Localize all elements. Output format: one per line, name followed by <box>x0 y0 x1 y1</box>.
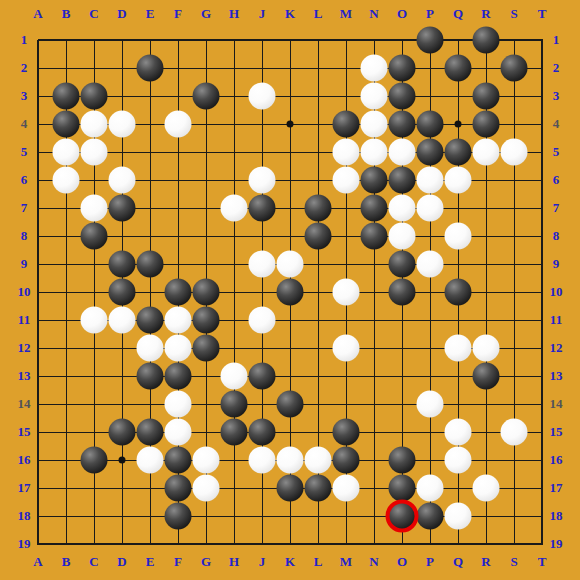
stone-black[interactable] <box>165 363 192 390</box>
col-label-bottom: T <box>530 554 554 570</box>
col-label-bottom: D <box>110 554 134 570</box>
stone-black[interactable] <box>473 83 500 110</box>
row-label-right: 13 <box>544 368 568 384</box>
row-label-left: 19 <box>12 536 36 552</box>
stone-black[interactable] <box>417 27 444 54</box>
row-label-right: 8 <box>544 228 568 244</box>
stone-black[interactable] <box>361 223 388 250</box>
stone-black[interactable] <box>249 195 276 222</box>
row-label-left: 18 <box>12 508 36 524</box>
row-label-right: 15 <box>544 424 568 440</box>
col-label-bottom: L <box>306 554 330 570</box>
row-label-right: 7 <box>544 200 568 216</box>
row-label-left: 16 <box>12 452 36 468</box>
stone-black[interactable] <box>333 111 360 138</box>
stone-black[interactable] <box>249 363 276 390</box>
stone-black[interactable] <box>389 251 416 278</box>
stone-black[interactable] <box>333 447 360 474</box>
col-label-top: Q <box>446 6 470 22</box>
stone-black[interactable] <box>137 419 164 446</box>
row-label-left: 2 <box>12 60 36 76</box>
grid-vline <box>514 40 515 545</box>
col-label-bottom: K <box>278 554 302 570</box>
stone-black[interactable] <box>109 195 136 222</box>
stone-white[interactable] <box>361 139 388 166</box>
stone-black[interactable] <box>193 307 220 334</box>
row-label-right: 11 <box>544 312 568 328</box>
grid-hline <box>38 543 543 545</box>
stone-white[interactable] <box>361 83 388 110</box>
stone-black[interactable] <box>109 251 136 278</box>
col-label-bottom: J <box>250 554 274 570</box>
row-label-left: 12 <box>12 340 36 356</box>
stone-black[interactable] <box>473 27 500 54</box>
row-label-left: 1 <box>12 32 36 48</box>
stone-black[interactable] <box>361 167 388 194</box>
col-label-top: H <box>222 6 246 22</box>
stone-white[interactable] <box>193 475 220 502</box>
stone-black[interactable] <box>305 195 332 222</box>
row-label-right: 14 <box>544 396 568 412</box>
stone-black[interactable] <box>109 419 136 446</box>
stone-black[interactable] <box>53 111 80 138</box>
stone-black[interactable] <box>389 55 416 82</box>
col-label-top: S <box>502 6 526 22</box>
stone-black[interactable] <box>417 111 444 138</box>
stone-white[interactable] <box>473 475 500 502</box>
row-label-right: 9 <box>544 256 568 272</box>
stone-white[interactable] <box>333 279 360 306</box>
row-label-left: 13 <box>12 368 36 384</box>
row-label-right: 12 <box>544 340 568 356</box>
grid-vline <box>541 40 543 545</box>
stone-black[interactable] <box>193 83 220 110</box>
stone-white[interactable] <box>53 167 80 194</box>
stone-white[interactable] <box>389 195 416 222</box>
stone-white[interactable] <box>165 335 192 362</box>
stone-black[interactable] <box>417 139 444 166</box>
row-label-left: 4 <box>12 116 36 132</box>
col-label-bottom: B <box>54 554 78 570</box>
stone-black[interactable] <box>165 447 192 474</box>
star-point <box>455 121 462 128</box>
stone-white[interactable] <box>109 111 136 138</box>
row-label-right: 17 <box>544 480 568 496</box>
stone-black[interactable] <box>473 111 500 138</box>
stone-black[interactable] <box>193 335 220 362</box>
col-label-top: T <box>530 6 554 22</box>
stone-black[interactable] <box>165 279 192 306</box>
stone-white[interactable] <box>165 111 192 138</box>
stone-white[interactable] <box>417 391 444 418</box>
col-label-bottom: M <box>334 554 358 570</box>
stone-white[interactable] <box>445 419 472 446</box>
stone-white[interactable] <box>277 251 304 278</box>
stone-black[interactable] <box>137 251 164 278</box>
stone-white[interactable] <box>333 335 360 362</box>
row-label-right: 18 <box>544 508 568 524</box>
stone-white[interactable] <box>249 251 276 278</box>
row-label-right: 1 <box>544 32 568 48</box>
stone-black[interactable] <box>389 447 416 474</box>
stone-white[interactable] <box>109 307 136 334</box>
stone-white[interactable] <box>221 363 248 390</box>
stone-white[interactable] <box>501 139 528 166</box>
col-label-top: J <box>250 6 274 22</box>
stone-white[interactable] <box>165 391 192 418</box>
stone-black[interactable] <box>165 503 192 530</box>
row-label-left: 9 <box>12 256 36 272</box>
stone-white[interactable] <box>473 335 500 362</box>
stone-white[interactable] <box>361 111 388 138</box>
stone-black[interactable] <box>137 55 164 82</box>
col-label-bottom: H <box>222 554 246 570</box>
stone-black[interactable] <box>389 167 416 194</box>
stone-white[interactable] <box>361 55 388 82</box>
stone-white[interactable] <box>333 475 360 502</box>
stone-white[interactable] <box>109 167 136 194</box>
row-label-left: 17 <box>12 480 36 496</box>
stone-white[interactable] <box>417 167 444 194</box>
stone-white[interactable] <box>81 307 108 334</box>
stone-black[interactable] <box>305 475 332 502</box>
col-label-bottom: A <box>26 554 50 570</box>
row-label-right: 19 <box>544 536 568 552</box>
row-label-right: 4 <box>544 116 568 132</box>
row-label-right: 6 <box>544 172 568 188</box>
stone-white[interactable] <box>137 335 164 362</box>
col-label-bottom: F <box>166 554 190 570</box>
stone-white[interactable] <box>445 167 472 194</box>
row-label-right: 10 <box>544 284 568 300</box>
col-label-top: L <box>306 6 330 22</box>
col-label-bottom: E <box>138 554 162 570</box>
row-label-left: 5 <box>12 144 36 160</box>
stone-black[interactable] <box>389 83 416 110</box>
row-label-left: 14 <box>12 396 36 412</box>
stone-white[interactable] <box>193 447 220 474</box>
col-label-bottom: C <box>82 554 106 570</box>
stone-black[interactable] <box>165 475 192 502</box>
stone-white[interactable] <box>221 195 248 222</box>
stone-white[interactable] <box>389 139 416 166</box>
stone-white[interactable] <box>137 447 164 474</box>
col-label-top: P <box>418 6 442 22</box>
last-move-marker <box>386 500 419 533</box>
stone-black[interactable] <box>109 279 136 306</box>
stone-black[interactable] <box>445 55 472 82</box>
row-label-left: 7 <box>12 200 36 216</box>
stone-white[interactable] <box>501 419 528 446</box>
row-label-left: 6 <box>12 172 36 188</box>
col-label-top: E <box>138 6 162 22</box>
stone-black[interactable] <box>277 391 304 418</box>
stone-black[interactable] <box>501 55 528 82</box>
stone-black[interactable] <box>445 139 472 166</box>
row-label-left: 11 <box>12 312 36 328</box>
col-label-top: A <box>26 6 50 22</box>
stone-black[interactable] <box>333 419 360 446</box>
col-label-top: C <box>82 6 106 22</box>
col-label-top: K <box>278 6 302 22</box>
stone-white[interactable] <box>165 419 192 446</box>
stone-white[interactable] <box>333 139 360 166</box>
stone-black[interactable] <box>417 503 444 530</box>
stone-black[interactable] <box>473 363 500 390</box>
stone-black[interactable] <box>221 391 248 418</box>
stone-white[interactable] <box>445 447 472 474</box>
stone-black[interactable] <box>305 223 332 250</box>
stone-black[interactable] <box>221 419 248 446</box>
stone-black[interactable] <box>277 475 304 502</box>
stone-white[interactable] <box>417 475 444 502</box>
grid-hline <box>38 376 543 377</box>
go-board[interactable]: AABBCCDDEEFFGGHHJJKKLLMMNNOOPPQQRRSSTT11… <box>0 0 580 580</box>
stone-white[interactable] <box>445 503 472 530</box>
col-label-top: G <box>194 6 218 22</box>
star-point <box>119 457 126 464</box>
stone-black[interactable] <box>249 419 276 446</box>
stone-white[interactable] <box>333 167 360 194</box>
col-label-bottom: R <box>474 554 498 570</box>
stone-white[interactable] <box>81 111 108 138</box>
col-label-bottom: G <box>194 554 218 570</box>
star-point <box>287 121 294 128</box>
col-label-top: B <box>54 6 78 22</box>
col-label-top: D <box>110 6 134 22</box>
stone-black[interactable] <box>81 447 108 474</box>
stone-white[interactable] <box>249 83 276 110</box>
col-label-top: F <box>166 6 190 22</box>
col-label-bottom: S <box>502 554 526 570</box>
stone-black[interactable] <box>389 475 416 502</box>
stone-black[interactable] <box>389 111 416 138</box>
stone-black[interactable] <box>277 279 304 306</box>
col-label-bottom: O <box>390 554 414 570</box>
col-label-top: M <box>334 6 358 22</box>
stone-black[interactable] <box>193 279 220 306</box>
row-label-right: 16 <box>544 452 568 468</box>
col-label-bottom: P <box>418 554 442 570</box>
col-label-bottom: N <box>362 554 386 570</box>
stone-black[interactable] <box>137 363 164 390</box>
col-label-bottom: Q <box>446 554 470 570</box>
col-label-top: O <box>390 6 414 22</box>
stone-white[interactable] <box>81 195 108 222</box>
stone-white[interactable] <box>277 447 304 474</box>
stone-black[interactable] <box>361 195 388 222</box>
stone-black[interactable] <box>445 279 472 306</box>
stone-black[interactable] <box>81 83 108 110</box>
row-label-right: 3 <box>544 88 568 104</box>
stone-white[interactable] <box>305 447 332 474</box>
stone-white[interactable] <box>389 223 416 250</box>
stone-white[interactable] <box>473 139 500 166</box>
stone-white[interactable] <box>445 335 472 362</box>
row-label-left: 15 <box>12 424 36 440</box>
stone-white[interactable] <box>249 307 276 334</box>
col-label-top: R <box>474 6 498 22</box>
row-label-left: 10 <box>12 284 36 300</box>
row-label-left: 8 <box>12 228 36 244</box>
stone-white[interactable] <box>417 195 444 222</box>
stone-black[interactable] <box>81 223 108 250</box>
stone-white[interactable] <box>445 223 472 250</box>
col-label-top: N <box>362 6 386 22</box>
stone-black[interactable] <box>53 83 80 110</box>
stone-white[interactable] <box>417 251 444 278</box>
row-label-right: 5 <box>544 144 568 160</box>
stone-black[interactable] <box>137 307 164 334</box>
stone-white[interactable] <box>81 139 108 166</box>
row-label-right: 2 <box>544 60 568 76</box>
stone-white[interactable] <box>165 307 192 334</box>
stone-white[interactable] <box>249 167 276 194</box>
stone-black[interactable] <box>389 279 416 306</box>
stone-white[interactable] <box>249 447 276 474</box>
stone-white[interactable] <box>53 139 80 166</box>
row-label-left: 3 <box>12 88 36 104</box>
